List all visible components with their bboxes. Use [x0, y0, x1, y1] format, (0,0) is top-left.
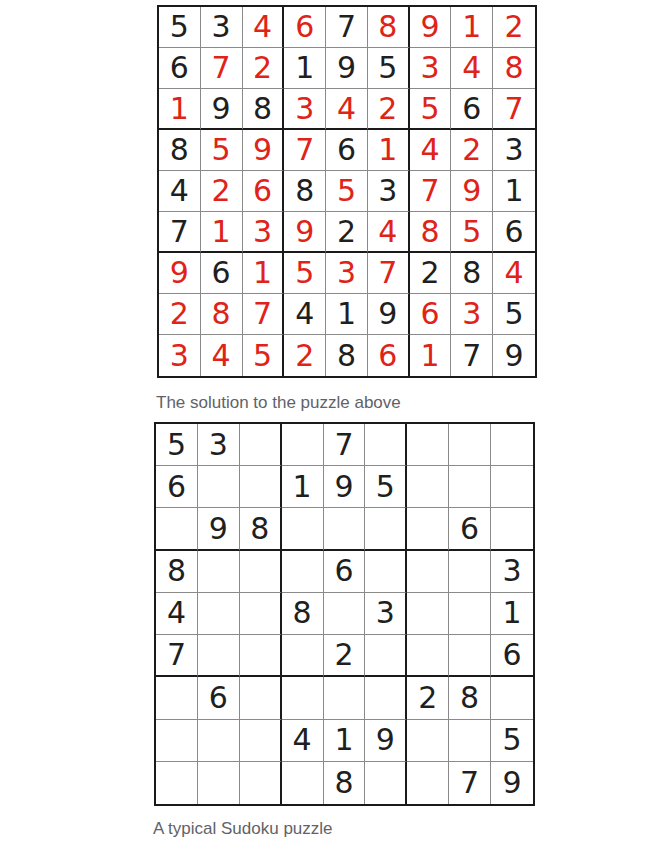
solved-digit-r1c4: 6 [284, 7, 326, 48]
given-digit-r5c4: 8 [284, 171, 326, 212]
empty-cell-r7c9 [491, 677, 533, 719]
solved-digit-r4c2: 5 [201, 130, 243, 171]
empty-cell-r6c3 [240, 635, 282, 677]
given-digit-r3c2: 9 [201, 89, 243, 130]
solved-digit-r9c3: 5 [243, 335, 285, 376]
solved-digit-r2c2: 7 [201, 48, 243, 89]
solved-digit-r9c6: 6 [368, 335, 410, 376]
given-digit-r4c9: 3 [491, 551, 533, 593]
given-digit-r1c2: 3 [201, 7, 243, 48]
empty-cell-r2c2 [198, 466, 240, 508]
empty-cell-r6c8 [449, 635, 491, 677]
solved-digit-r3c6: 2 [368, 89, 410, 130]
solved-digit-r8c1: 2 [159, 294, 201, 335]
empty-cell-r8c1 [156, 720, 198, 762]
solved-digit-r4c4: 7 [284, 130, 326, 171]
given-digit-r1c5: 7 [324, 424, 366, 466]
solved-digit-r2c7: 3 [410, 48, 452, 89]
empty-cell-r8c2 [198, 720, 240, 762]
empty-cell-r1c4 [282, 424, 324, 466]
given-digit-r7c8: 8 [451, 253, 493, 294]
empty-cell-r5c2 [198, 593, 240, 635]
solved-digit-r3c1: 1 [159, 89, 201, 130]
given-digit-r3c3: 8 [240, 508, 282, 550]
given-digit-r2c1: 6 [156, 466, 198, 508]
given-digit-r1c5: 7 [326, 7, 368, 48]
empty-cell-r8c8 [449, 720, 491, 762]
solution-sudoku-grid: 5346789126721953481983425678597614234268… [157, 5, 537, 378]
solved-digit-r1c6: 8 [368, 7, 410, 48]
solved-digit-r4c7: 4 [410, 130, 452, 171]
given-digit-r9c5: 8 [324, 762, 366, 804]
empty-cell-r5c5 [324, 593, 366, 635]
solved-digit-r8c3: 7 [243, 294, 285, 335]
given-digit-r5c6: 3 [365, 593, 407, 635]
solved-digit-r1c8: 1 [451, 7, 493, 48]
given-digit-r8c9: 5 [491, 720, 533, 762]
empty-cell-r5c8 [449, 593, 491, 635]
given-digit-r7c7: 2 [407, 677, 449, 719]
given-digit-r7c8: 8 [449, 677, 491, 719]
solved-digit-r7c9: 4 [493, 253, 535, 294]
empty-cell-r6c4 [282, 635, 324, 677]
solved-digit-r3c7: 5 [410, 89, 452, 130]
given-digit-r8c5: 1 [326, 294, 368, 335]
given-digit-r6c9: 6 [493, 212, 535, 253]
solved-digit-r3c4: 3 [284, 89, 326, 130]
solved-digit-r7c3: 1 [243, 253, 285, 294]
empty-cell-r4c6 [365, 551, 407, 593]
empty-cell-r2c7 [407, 466, 449, 508]
empty-cell-r4c4 [282, 551, 324, 593]
solved-digit-r4c6: 1 [368, 130, 410, 171]
empty-cell-r2c8 [449, 466, 491, 508]
empty-cell-r1c7 [407, 424, 449, 466]
empty-cell-r6c6 [365, 635, 407, 677]
solved-digit-r7c6: 7 [368, 253, 410, 294]
empty-cell-r3c1 [156, 508, 198, 550]
solved-digit-r8c2: 8 [201, 294, 243, 335]
empty-cell-r3c9 [491, 508, 533, 550]
empty-cell-r7c6 [365, 677, 407, 719]
given-digit-r8c9: 5 [493, 294, 535, 335]
given-digit-r4c9: 3 [493, 130, 535, 171]
solved-digit-r9c1: 3 [159, 335, 201, 376]
empty-cell-r7c5 [324, 677, 366, 719]
given-digit-r9c9: 9 [491, 762, 533, 804]
given-digit-r9c5: 8 [326, 335, 368, 376]
given-digit-r7c2: 6 [198, 677, 240, 719]
empty-cell-r9c7 [407, 762, 449, 804]
given-digit-r4c1: 8 [156, 551, 198, 593]
empty-cell-r1c8 [449, 424, 491, 466]
solved-digit-r7c4: 5 [284, 253, 326, 294]
given-digit-r5c1: 4 [156, 593, 198, 635]
empty-cell-r8c3 [240, 720, 282, 762]
empty-cell-r6c7 [407, 635, 449, 677]
given-digit-r5c6: 3 [368, 171, 410, 212]
solved-digit-r1c3: 4 [243, 7, 285, 48]
given-digit-r2c4: 1 [284, 48, 326, 89]
solved-digit-r4c3: 9 [243, 130, 285, 171]
given-digit-r1c1: 5 [159, 7, 201, 48]
solved-digit-r6c8: 5 [451, 212, 493, 253]
given-digit-r4c5: 6 [326, 130, 368, 171]
solved-digit-r5c5: 5 [326, 171, 368, 212]
solved-digit-r8c8: 3 [451, 294, 493, 335]
given-digit-r6c1: 7 [156, 635, 198, 677]
empty-cell-r7c1 [156, 677, 198, 719]
given-digit-r8c4: 4 [284, 294, 326, 335]
given-digit-r2c4: 1 [282, 466, 324, 508]
given-digit-r8c5: 1 [324, 720, 366, 762]
solved-digit-r6c6: 4 [368, 212, 410, 253]
given-digit-r6c9: 6 [491, 635, 533, 677]
puzzle-sudoku-grid: 537619598686348317266284195879 [154, 422, 535, 806]
empty-cell-r3c4 [282, 508, 324, 550]
solved-digit-r1c9: 2 [493, 7, 535, 48]
empty-cell-r1c9 [491, 424, 533, 466]
given-digit-r4c5: 6 [324, 551, 366, 593]
empty-cell-r7c4 [282, 677, 324, 719]
solved-digit-r7c5: 3 [326, 253, 368, 294]
given-digit-r5c9: 1 [493, 171, 535, 212]
given-digit-r9c9: 9 [493, 335, 535, 376]
sudoku-figure-page: 5346789126721953481983425678597614234268… [0, 0, 672, 851]
given-digit-r2c1: 6 [159, 48, 201, 89]
empty-cell-r9c1 [156, 762, 198, 804]
empty-cell-r2c9 [491, 466, 533, 508]
solved-digit-r9c4: 2 [284, 335, 326, 376]
given-digit-r5c9: 1 [491, 593, 533, 635]
given-digit-r6c5: 2 [326, 212, 368, 253]
given-digit-r2c5: 9 [326, 48, 368, 89]
solved-digit-r3c9: 7 [493, 89, 535, 130]
empty-cell-r9c3 [240, 762, 282, 804]
given-digit-r6c1: 7 [159, 212, 201, 253]
empty-cell-r3c7 [407, 508, 449, 550]
given-digit-r4c1: 8 [159, 130, 201, 171]
solved-digit-r5c2: 2 [201, 171, 243, 212]
given-digit-r8c6: 9 [365, 720, 407, 762]
solved-digit-r3c5: 4 [326, 89, 368, 130]
given-digit-r2c6: 5 [368, 48, 410, 89]
given-digit-r7c2: 6 [201, 253, 243, 294]
empty-cell-r5c3 [240, 593, 282, 635]
solved-digit-r1c7: 9 [410, 7, 452, 48]
solved-digit-r5c8: 9 [451, 171, 493, 212]
empty-cell-r4c2 [198, 551, 240, 593]
given-digit-r3c3: 8 [243, 89, 285, 130]
given-digit-r3c8: 6 [451, 89, 493, 130]
empty-cell-r6c2 [198, 635, 240, 677]
given-digit-r3c8: 6 [449, 508, 491, 550]
solved-digit-r9c7: 1 [410, 335, 452, 376]
given-digit-r6c5: 2 [324, 635, 366, 677]
given-digit-r8c4: 4 [282, 720, 324, 762]
given-digit-r7c7: 2 [410, 253, 452, 294]
given-digit-r8c6: 9 [368, 294, 410, 335]
given-digit-r2c6: 5 [365, 466, 407, 508]
given-digit-r3c2: 9 [198, 508, 240, 550]
solved-digit-r7c1: 9 [159, 253, 201, 294]
given-digit-r1c1: 5 [156, 424, 198, 466]
solved-digit-r2c8: 4 [451, 48, 493, 89]
puzzle-caption: A typical Sudoku puzzle [153, 818, 333, 840]
empty-cell-r2c3 [240, 466, 282, 508]
empty-cell-r9c2 [198, 762, 240, 804]
given-digit-r1c2: 3 [198, 424, 240, 466]
solved-digit-r8c7: 6 [410, 294, 452, 335]
given-digit-r9c8: 7 [449, 762, 491, 804]
empty-cell-r4c7 [407, 551, 449, 593]
given-digit-r9c8: 7 [451, 335, 493, 376]
empty-cell-r9c6 [365, 762, 407, 804]
solved-digit-r6c3: 3 [243, 212, 285, 253]
empty-cell-r7c3 [240, 677, 282, 719]
empty-cell-r9c4 [282, 762, 324, 804]
empty-cell-r5c7 [407, 593, 449, 635]
solved-digit-r5c3: 6 [243, 171, 285, 212]
empty-cell-r3c6 [365, 508, 407, 550]
solved-digit-r6c4: 9 [284, 212, 326, 253]
solved-digit-r2c3: 2 [243, 48, 285, 89]
solved-digit-r4c8: 2 [451, 130, 493, 171]
given-digit-r5c1: 4 [159, 171, 201, 212]
solved-digit-r6c2: 1 [201, 212, 243, 253]
solution-caption: The solution to the puzzle above [156, 392, 401, 414]
solved-digit-r6c7: 8 [410, 212, 452, 253]
solved-digit-r9c2: 4 [201, 335, 243, 376]
empty-cell-r8c7 [407, 720, 449, 762]
empty-cell-r1c3 [240, 424, 282, 466]
solved-digit-r5c7: 7 [410, 171, 452, 212]
empty-cell-r1c6 [365, 424, 407, 466]
given-digit-r5c4: 8 [282, 593, 324, 635]
empty-cell-r4c8 [449, 551, 491, 593]
given-digit-r2c5: 9 [324, 466, 366, 508]
empty-cell-r3c5 [324, 508, 366, 550]
solved-digit-r2c9: 8 [493, 48, 535, 89]
empty-cell-r4c3 [240, 551, 282, 593]
